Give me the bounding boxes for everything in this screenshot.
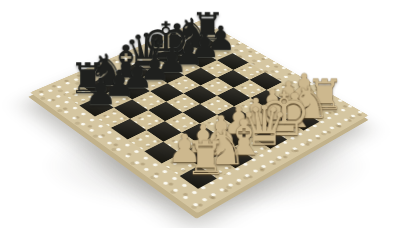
piece-black-queen: ♛	[124, 27, 147, 77]
piece-black-king: ♚	[141, 15, 164, 70]
piece-black-knight: ♞	[88, 49, 112, 93]
piece-black-knight: ♞	[174, 13, 196, 54]
square-f4	[217, 88, 250, 107]
square-a6	[95, 108, 130, 128]
square-a5	[111, 119, 146, 139]
piece-white-rook: ♜	[306, 74, 330, 116]
piece-black-rook: ♜	[190, 8, 212, 47]
piece-black-bishop: ♝	[106, 39, 129, 84]
piece-black-rook: ♜	[69, 58, 93, 100]
product-photo-stage: ♜♟♟♜♞♟♟♞♝♟♟♝♚♟♟♚♛♟♟♛♝♟♟♝♞♟♟♞♜♟♟♜	[0, 0, 406, 228]
piece-black-bishop: ♝	[158, 18, 181, 61]
